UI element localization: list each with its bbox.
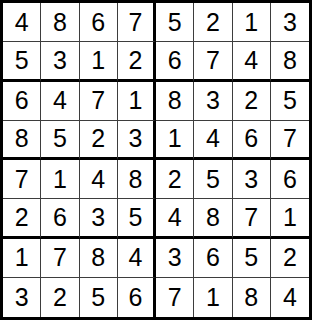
cell-r5c4[interactable]: 8 — [118, 160, 156, 199]
cell-r3c1[interactable]: 6 — [3, 82, 41, 121]
cell-r5c8[interactable]: 6 — [271, 160, 309, 199]
cell-r1c4[interactable]: 7 — [118, 3, 156, 42]
cell-r3c3[interactable]: 7 — [80, 82, 118, 121]
cell-r6c7[interactable]: 7 — [233, 199, 271, 238]
cell-r3c8[interactable]: 5 — [271, 82, 309, 121]
cell-r7c4[interactable]: 4 — [118, 239, 156, 278]
cell-r5c3[interactable]: 4 — [80, 160, 118, 199]
cell-r7c6[interactable]: 6 — [194, 239, 232, 278]
cell-r8c5[interactable]: 7 — [156, 278, 194, 317]
cell-r1c1[interactable]: 4 — [3, 3, 41, 42]
cell-r2c1[interactable]: 5 — [3, 42, 41, 81]
cell-r1c3[interactable]: 6 — [80, 3, 118, 42]
cell-r7c2[interactable]: 7 — [41, 239, 79, 278]
cell-r6c5[interactable]: 4 — [156, 199, 194, 238]
cell-r8c2[interactable]: 2 — [41, 278, 79, 317]
sudoku-board: 4867521353126748647183258523146771482536… — [0, 0, 312, 320]
cell-r4c7[interactable]: 6 — [233, 121, 271, 160]
cell-r2c4[interactable]: 2 — [118, 42, 156, 81]
cell-r4c6[interactable]: 4 — [194, 121, 232, 160]
cell-r8c6[interactable]: 1 — [194, 278, 232, 317]
cell-r7c5[interactable]: 3 — [156, 239, 194, 278]
cell-r3c6[interactable]: 3 — [194, 82, 232, 121]
cell-r2c8[interactable]: 8 — [271, 42, 309, 81]
cell-r1c6[interactable]: 2 — [194, 3, 232, 42]
cell-r2c7[interactable]: 4 — [233, 42, 271, 81]
cell-r8c4[interactable]: 6 — [118, 278, 156, 317]
cell-r4c1[interactable]: 8 — [3, 121, 41, 160]
cell-r7c8[interactable]: 2 — [271, 239, 309, 278]
cell-r4c8[interactable]: 7 — [271, 121, 309, 160]
cell-r1c8[interactable]: 3 — [271, 3, 309, 42]
cell-r4c4[interactable]: 3 — [118, 121, 156, 160]
cell-r2c6[interactable]: 7 — [194, 42, 232, 81]
cell-r8c3[interactable]: 5 — [80, 278, 118, 317]
cell-r2c3[interactable]: 1 — [80, 42, 118, 81]
cell-r6c4[interactable]: 5 — [118, 199, 156, 238]
cell-r4c5[interactable]: 1 — [156, 121, 194, 160]
cell-r7c1[interactable]: 1 — [3, 239, 41, 278]
cell-r4c2[interactable]: 5 — [41, 121, 79, 160]
cell-r6c6[interactable]: 8 — [194, 199, 232, 238]
cell-r5c1[interactable]: 7 — [3, 160, 41, 199]
cell-r1c5[interactable]: 5 — [156, 3, 194, 42]
cell-r3c4[interactable]: 1 — [118, 82, 156, 121]
cell-r8c1[interactable]: 3 — [3, 278, 41, 317]
cell-r6c1[interactable]: 2 — [3, 199, 41, 238]
cell-r7c7[interactable]: 5 — [233, 239, 271, 278]
cell-r3c7[interactable]: 2 — [233, 82, 271, 121]
cell-r5c7[interactable]: 3 — [233, 160, 271, 199]
cell-r6c8[interactable]: 1 — [271, 199, 309, 238]
cell-r5c6[interactable]: 5 — [194, 160, 232, 199]
cell-r2c5[interactable]: 6 — [156, 42, 194, 81]
cell-r3c5[interactable]: 8 — [156, 82, 194, 121]
cell-r5c5[interactable]: 2 — [156, 160, 194, 199]
cell-r4c3[interactable]: 2 — [80, 121, 118, 160]
cell-r6c2[interactable]: 6 — [41, 199, 79, 238]
cell-r8c7[interactable]: 8 — [233, 278, 271, 317]
cell-r2c2[interactable]: 3 — [41, 42, 79, 81]
cell-r1c7[interactable]: 1 — [233, 3, 271, 42]
cell-r7c3[interactable]: 8 — [80, 239, 118, 278]
cell-r6c3[interactable]: 3 — [80, 199, 118, 238]
cell-r1c2[interactable]: 8 — [41, 3, 79, 42]
cell-r5c2[interactable]: 1 — [41, 160, 79, 199]
cell-r8c8[interactable]: 4 — [271, 278, 309, 317]
cell-r3c2[interactable]: 4 — [41, 82, 79, 121]
